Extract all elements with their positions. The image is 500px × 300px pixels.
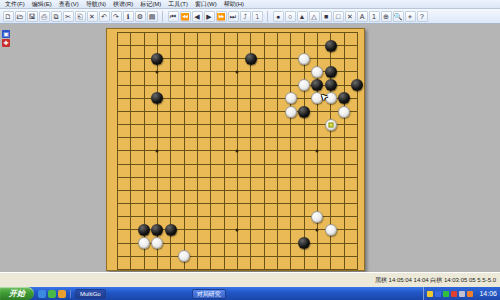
task-button-0[interactable]: MultiGo xyxy=(75,289,106,299)
new-icon[interactable]: 🗋 xyxy=(3,11,14,22)
menu-item-1[interactable]: 编辑(E) xyxy=(29,0,55,8)
black-stone xyxy=(165,224,177,236)
target-icon[interactable]: ⌖ xyxy=(405,11,416,22)
hoshi-point xyxy=(316,150,319,153)
black-stone xyxy=(245,53,257,65)
triangle-mark-icon[interactable]: ▲ xyxy=(297,11,308,22)
system-tray: 14:06 xyxy=(423,287,500,300)
menu-item-8[interactable]: 帮助(H) xyxy=(221,0,247,8)
number-mark-icon[interactable]: 1 xyxy=(369,11,380,22)
black-stone xyxy=(325,66,337,78)
last-move-icon[interactable]: ⏭ xyxy=(228,11,239,22)
white-stone xyxy=(298,79,310,91)
properties-icon[interactable]: ▤ xyxy=(147,11,158,22)
white-stone xyxy=(151,237,163,249)
square-mark-icon[interactable]: ■ xyxy=(321,11,332,22)
cut-icon[interactable]: ✂ xyxy=(63,11,74,22)
letter-mark-icon[interactable]: A xyxy=(357,11,368,22)
save-icon[interactable]: 🖫 xyxy=(27,11,38,22)
volume-icon[interactable] xyxy=(427,291,433,297)
update-icon[interactable] xyxy=(459,291,465,297)
input-icon[interactable] xyxy=(467,291,473,297)
hoshi-point xyxy=(236,150,239,153)
black-stone xyxy=(338,92,350,104)
hoshi-point xyxy=(316,229,319,232)
white-stone xyxy=(298,53,310,65)
black-stone xyxy=(151,92,163,104)
go-board[interactable]: ➤ xyxy=(106,28,365,271)
goban-grid[interactable] xyxy=(117,32,358,270)
black-stone xyxy=(138,224,150,236)
paste-icon[interactable]: ⎗ xyxy=(75,11,86,22)
copy-icon[interactable]: ⧉ xyxy=(51,11,62,22)
menu-item-2[interactable]: 查看(V) xyxy=(56,0,82,8)
hoshi-point xyxy=(236,229,239,232)
redo-icon[interactable]: ↷ xyxy=(111,11,122,22)
next-move-icon[interactable]: ▶ xyxy=(204,11,215,22)
black-stone xyxy=(351,79,363,91)
black-stone xyxy=(151,53,163,65)
white-stone xyxy=(178,250,190,262)
black-stone xyxy=(325,79,337,91)
triangle-open-icon[interactable]: △ xyxy=(309,11,320,22)
white-stone xyxy=(338,106,350,118)
menu-item-3[interactable]: 导航(N) xyxy=(83,0,109,8)
task-button-1[interactable]: 对局研究 xyxy=(192,289,226,299)
white-stone xyxy=(285,106,297,118)
white-stone xyxy=(325,224,337,236)
black-stone-icon[interactable]: ● xyxy=(273,11,284,22)
menu-bar: 文件(F)编辑(E)查看(V)导航(N)棋谱(R)标记(M)工具(T)窗口(W)… xyxy=(0,0,500,9)
white-stone xyxy=(311,211,323,223)
info-icon[interactable]: ℹ xyxy=(123,11,134,22)
menu-item-4[interactable]: 棋谱(R) xyxy=(110,0,136,8)
cross-mark-icon[interactable]: ✕ xyxy=(345,11,356,22)
fast-back-icon[interactable]: ⏪ xyxy=(180,11,191,22)
desktop-icon[interactable] xyxy=(48,290,56,298)
black-stone xyxy=(325,40,337,52)
undo-icon[interactable]: ↶ xyxy=(99,11,110,22)
status-bar: 黑棋 14:05:04 14:04 白棋 14:03:05 05 5.5-5.0 xyxy=(0,272,500,287)
white-stone-icon[interactable]: ○ xyxy=(285,11,296,22)
media-icon[interactable] xyxy=(58,290,66,298)
next-variation-icon[interactable]: ⤵ xyxy=(252,11,263,22)
white-stone xyxy=(285,92,297,104)
task-buttons: MultiGo对局研究 xyxy=(71,289,226,299)
hoshi-point xyxy=(156,71,159,74)
taskbar-clock[interactable]: 14:06 xyxy=(475,290,497,297)
prev-move-icon[interactable]: ◀ xyxy=(192,11,203,22)
first-move-icon[interactable]: ⏮ xyxy=(168,11,179,22)
quick-launch xyxy=(34,290,71,298)
ie-icon[interactable] xyxy=(38,290,46,298)
help-icon[interactable]: ? xyxy=(417,11,428,22)
antivirus-icon[interactable] xyxy=(443,291,449,297)
tray-icons xyxy=(427,291,473,297)
menu-item-6[interactable]: 工具(T) xyxy=(165,0,191,8)
prev-variation-icon[interactable]: ⤴ xyxy=(240,11,251,22)
black-stone xyxy=(151,224,163,236)
hoshi-point xyxy=(156,150,159,153)
open-icon[interactable]: 🗁 xyxy=(15,11,26,22)
blue-tool-icon[interactable]: ▣ xyxy=(2,30,10,38)
pass-icon[interactable]: ⊕ xyxy=(381,11,392,22)
black-stone xyxy=(311,79,323,91)
fast-forward-icon[interactable]: ⏩ xyxy=(216,11,227,22)
black-stone xyxy=(298,106,310,118)
start-button[interactable]: 开始 xyxy=(0,287,34,300)
white-stone xyxy=(138,237,150,249)
menu-item-7[interactable]: 窗口(W) xyxy=(192,0,220,8)
menu-item-5[interactable]: 标记(M) xyxy=(137,0,164,8)
white-stone xyxy=(311,66,323,78)
black-stone xyxy=(298,237,310,249)
taskbar: 开始 MultiGo对局研究 14:06 xyxy=(0,287,500,300)
workspace: ➤ ▣✚ xyxy=(0,24,500,272)
toolbar-group-navigation: ⏮⏪◀▶⏩⏭⤴⤵ xyxy=(167,11,268,22)
red-tool-icon[interactable]: ✚ xyxy=(2,39,10,47)
white-stone xyxy=(325,119,337,131)
settings-icon[interactable]: ⚙ xyxy=(135,11,146,22)
game-clock-text: 黑棋 14:05:04 14:04 白棋 14:03:05 05 5.5-5.0 xyxy=(375,276,500,285)
toolbar-group-file-edit: 🗋🗁🖫⎙⧉✂⎗✕↶↷ℹ⚙▤ xyxy=(2,11,163,22)
last-move-marker xyxy=(328,122,333,127)
toolbar-group-marks-tools: ●○▲△■□✕A1⊕🔍⌖? xyxy=(272,11,432,22)
zoom-icon[interactable]: 🔍 xyxy=(393,11,404,22)
toolbar: 🗋🗁🖫⎙⧉✂⎗✕↶↷ℹ⚙▤⏮⏪◀▶⏩⏭⤴⤵●○▲△■□✕A1⊕🔍⌖? xyxy=(0,9,500,24)
multigo-window: 文件(F)编辑(E)查看(V)导航(N)棋谱(R)标记(M)工具(T)窗口(W)… xyxy=(0,0,500,300)
hoshi-point xyxy=(236,71,239,74)
print-icon[interactable]: ⎙ xyxy=(39,11,50,22)
square-open-icon[interactable]: □ xyxy=(333,11,344,22)
network-icon[interactable] xyxy=(435,291,441,297)
delete-icon[interactable]: ✕ xyxy=(87,11,98,22)
messenger-icon[interactable] xyxy=(451,291,457,297)
menu-item-0[interactable]: 文件(F) xyxy=(2,0,28,8)
